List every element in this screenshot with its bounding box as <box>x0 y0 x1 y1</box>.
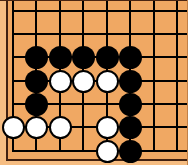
grid-line-horizontal-1 <box>12 10 188 12</box>
black-stone <box>119 70 142 93</box>
black-stone <box>49 46 72 69</box>
grid-line-vertical-8 <box>176 0 178 152</box>
white-stone <box>72 70 95 93</box>
white-stone <box>49 116 72 139</box>
black-stone <box>25 93 48 116</box>
grid-line-vertical-7 <box>153 0 155 152</box>
go-board[interactable] <box>0 0 188 165</box>
black-stone <box>25 46 48 69</box>
black-stone <box>96 46 119 69</box>
white-stone <box>96 116 119 139</box>
black-stone <box>119 116 142 139</box>
white-stone <box>49 70 72 93</box>
image-border-top <box>0 0 188 1</box>
black-stone <box>25 70 48 93</box>
board-edge-bottom <box>6 159 188 161</box>
grid-line-horizontal-2 <box>12 33 188 35</box>
black-stone <box>119 140 142 163</box>
white-stone <box>2 116 25 139</box>
black-stone <box>119 93 142 116</box>
board-side-wood-bottom <box>6 161 188 165</box>
image-border-right <box>187 0 188 165</box>
white-stone <box>96 70 119 93</box>
black-stone <box>119 46 142 69</box>
white-stone <box>25 116 48 139</box>
black-stone <box>72 46 95 69</box>
white-stone <box>96 140 119 163</box>
